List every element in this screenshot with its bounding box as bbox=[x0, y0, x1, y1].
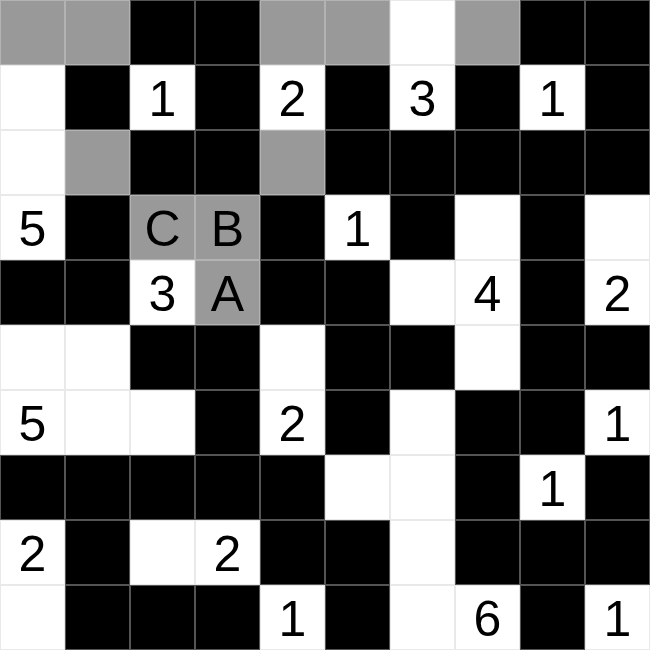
cell-r6c1[interactable] bbox=[65, 390, 130, 455]
cell-r7c8[interactable]: 1 bbox=[520, 455, 585, 520]
cell-r0c2[interactable] bbox=[130, 0, 195, 65]
clue-number: 2 bbox=[604, 269, 632, 319]
cell-r8c9[interactable] bbox=[585, 520, 650, 585]
cell-r1c2[interactable]: 1 bbox=[130, 65, 195, 130]
cell-r7c2[interactable] bbox=[130, 455, 195, 520]
cell-r5c0[interactable] bbox=[0, 325, 65, 390]
cell-r4c7[interactable]: 4 bbox=[455, 260, 520, 325]
cell-r9c0[interactable] bbox=[0, 585, 65, 650]
cell-r7c5[interactable] bbox=[325, 455, 390, 520]
cell-r7c0[interactable] bbox=[0, 455, 65, 520]
cell-r3c1[interactable] bbox=[65, 195, 130, 260]
clue-number: 1 bbox=[344, 204, 372, 254]
cell-r5c7[interactable] bbox=[455, 325, 520, 390]
cell-r7c6[interactable] bbox=[390, 455, 455, 520]
cell-r8c4[interactable] bbox=[260, 520, 325, 585]
cell-r9c9[interactable]: 1 bbox=[585, 585, 650, 650]
cell-r1c5[interactable] bbox=[325, 65, 390, 130]
cell-r7c4[interactable] bbox=[260, 455, 325, 520]
cell-r6c3[interactable] bbox=[195, 390, 260, 455]
cell-r0c4[interactable] bbox=[260, 0, 325, 65]
cell-r2c8[interactable] bbox=[520, 130, 585, 195]
clue-number: 1 bbox=[279, 594, 307, 644]
clue-number: 4 bbox=[474, 269, 502, 319]
clue-number: 3 bbox=[409, 74, 437, 124]
cell-r7c1[interactable] bbox=[65, 455, 130, 520]
cell-r4c4[interactable] bbox=[260, 260, 325, 325]
cell-r5c2[interactable] bbox=[130, 325, 195, 390]
cell-r0c3[interactable] bbox=[195, 0, 260, 65]
cell-r9c8[interactable] bbox=[520, 585, 585, 650]
cell-r8c5[interactable] bbox=[325, 520, 390, 585]
cell-r0c6[interactable] bbox=[390, 0, 455, 65]
cell-r2c0[interactable] bbox=[0, 130, 65, 195]
cell-r3c5[interactable]: 1 bbox=[325, 195, 390, 260]
cell-r1c9[interactable] bbox=[585, 65, 650, 130]
clue-number: 1 bbox=[539, 74, 567, 124]
cell-r5c1[interactable] bbox=[65, 325, 130, 390]
cell-r2c9[interactable] bbox=[585, 130, 650, 195]
candidate-letter: C bbox=[144, 204, 180, 254]
cell-r4c8[interactable] bbox=[520, 260, 585, 325]
cell-r1c7[interactable] bbox=[455, 65, 520, 130]
cell-r9c1[interactable] bbox=[65, 585, 130, 650]
cell-r3c4[interactable] bbox=[260, 195, 325, 260]
candidate-letter: B bbox=[211, 204, 244, 254]
cell-r3c3[interactable]: B bbox=[195, 195, 260, 260]
cell-r9c6[interactable] bbox=[390, 585, 455, 650]
cell-r8c6[interactable] bbox=[390, 520, 455, 585]
cell-r2c2[interactable] bbox=[130, 130, 195, 195]
clue-number: 2 bbox=[279, 74, 307, 124]
mosaic-board: 12315CB13A42521122161 bbox=[0, 0, 650, 650]
cell-r4c9[interactable]: 2 bbox=[585, 260, 650, 325]
cell-r0c7[interactable] bbox=[455, 0, 520, 65]
cell-r0c5[interactable] bbox=[325, 0, 390, 65]
cell-r6c6[interactable] bbox=[390, 390, 455, 455]
cell-r8c3[interactable]: 2 bbox=[195, 520, 260, 585]
cell-r3c8[interactable] bbox=[520, 195, 585, 260]
cell-r4c5[interactable] bbox=[325, 260, 390, 325]
cell-r7c3[interactable] bbox=[195, 455, 260, 520]
cell-r3c7[interactable] bbox=[455, 195, 520, 260]
cell-r5c6[interactable] bbox=[390, 325, 455, 390]
cell-r6c0[interactable]: 5 bbox=[0, 390, 65, 455]
cell-r6c9[interactable]: 1 bbox=[585, 390, 650, 455]
cell-r0c0[interactable] bbox=[0, 0, 65, 65]
clue-number: 2 bbox=[19, 529, 47, 579]
cell-r2c6[interactable] bbox=[390, 130, 455, 195]
cell-r0c9[interactable] bbox=[585, 0, 650, 65]
cell-r5c8[interactable] bbox=[520, 325, 585, 390]
cell-r6c8[interactable] bbox=[520, 390, 585, 455]
cell-r8c1[interactable] bbox=[65, 520, 130, 585]
cell-r1c0[interactable] bbox=[0, 65, 65, 130]
cell-r3c0[interactable]: 5 bbox=[0, 195, 65, 260]
cell-r9c3[interactable] bbox=[195, 585, 260, 650]
clue-number: 2 bbox=[214, 529, 242, 579]
cell-r2c7[interactable] bbox=[455, 130, 520, 195]
cell-r0c8[interactable] bbox=[520, 0, 585, 65]
cell-r9c5[interactable] bbox=[325, 585, 390, 650]
cell-r2c4[interactable] bbox=[260, 130, 325, 195]
cell-r1c4[interactable]: 2 bbox=[260, 65, 325, 130]
clue-number: 2 bbox=[279, 399, 307, 449]
cell-r4c3[interactable]: A bbox=[195, 260, 260, 325]
clue-number: 5 bbox=[19, 204, 47, 254]
cell-r3c2[interactable]: C bbox=[130, 195, 195, 260]
cell-r9c7[interactable]: 6 bbox=[455, 585, 520, 650]
clue-number: 1 bbox=[149, 74, 177, 124]
cell-r6c2[interactable] bbox=[130, 390, 195, 455]
cell-r0c1[interactable] bbox=[65, 0, 130, 65]
cell-r3c9[interactable] bbox=[585, 195, 650, 260]
cell-r5c5[interactable] bbox=[325, 325, 390, 390]
cell-r8c8[interactable] bbox=[520, 520, 585, 585]
cell-r1c6[interactable]: 3 bbox=[390, 65, 455, 130]
cell-r2c1[interactable] bbox=[65, 130, 130, 195]
cell-r8c7[interactable] bbox=[455, 520, 520, 585]
candidate-letter: A bbox=[211, 269, 244, 319]
cell-r6c7[interactable] bbox=[455, 390, 520, 455]
cell-r3c6[interactable] bbox=[390, 195, 455, 260]
cell-r2c3[interactable] bbox=[195, 130, 260, 195]
clue-number: 1 bbox=[539, 464, 567, 514]
clue-number: 5 bbox=[19, 399, 47, 449]
cell-r8c0[interactable]: 2 bbox=[0, 520, 65, 585]
clue-number: 1 bbox=[604, 594, 632, 644]
cell-r7c7[interactable] bbox=[455, 455, 520, 520]
clue-number: 1 bbox=[604, 399, 632, 449]
cell-r7c9[interactable] bbox=[585, 455, 650, 520]
cell-r2c5[interactable] bbox=[325, 130, 390, 195]
cell-r4c6[interactable] bbox=[390, 260, 455, 325]
cell-r1c1[interactable] bbox=[65, 65, 130, 130]
cell-r9c4[interactable]: 1 bbox=[260, 585, 325, 650]
cell-r5c4[interactable] bbox=[260, 325, 325, 390]
cell-r9c2[interactable] bbox=[130, 585, 195, 650]
clue-number: 6 bbox=[474, 594, 502, 644]
cell-r8c2[interactable] bbox=[130, 520, 195, 585]
cell-r4c1[interactable] bbox=[65, 260, 130, 325]
cell-r5c3[interactable] bbox=[195, 325, 260, 390]
cell-r1c3[interactable] bbox=[195, 65, 260, 130]
cell-r6c4[interactable]: 2 bbox=[260, 390, 325, 455]
cell-r5c9[interactable] bbox=[585, 325, 650, 390]
cell-r1c8[interactable]: 1 bbox=[520, 65, 585, 130]
cell-r6c5[interactable] bbox=[325, 390, 390, 455]
cell-r4c2[interactable]: 3 bbox=[130, 260, 195, 325]
clue-number: 3 bbox=[149, 269, 177, 319]
cell-r4c0[interactable] bbox=[0, 260, 65, 325]
